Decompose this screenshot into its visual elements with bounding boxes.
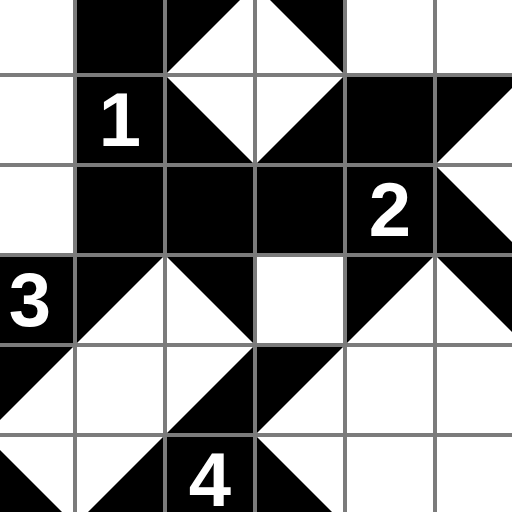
black-triangle-bl <box>0 435 75 512</box>
cell-r4c5[interactable] <box>435 345 512 435</box>
cell-r1c5[interactable] <box>435 75 512 165</box>
clue-number: 1 <box>75 75 165 165</box>
cell-r0c3[interactable] <box>255 0 345 75</box>
cell-r1c1: 1 <box>75 75 165 165</box>
cell-r5c2: 4 <box>165 435 255 512</box>
cell-r5c0[interactable] <box>0 435 75 512</box>
cell-r3c0: 3 <box>0 255 75 345</box>
cell-r4c3[interactable] <box>255 345 345 435</box>
black-triangle-tl <box>345 255 435 345</box>
cell-r3c5[interactable] <box>435 255 512 345</box>
cell-r2c4: 2 <box>345 165 435 255</box>
cell-r4c4[interactable] <box>345 345 435 435</box>
cell-r2c1 <box>75 165 165 255</box>
black-triangle-tr <box>255 0 345 75</box>
black-triangle-bl <box>165 75 255 165</box>
black-triangle-tr <box>165 255 255 345</box>
cell-r4c0[interactable] <box>0 345 75 435</box>
cell-r1c3[interactable] <box>255 75 345 165</box>
cell-r1c2[interactable] <box>165 75 255 165</box>
cell-r1c0[interactable] <box>0 75 75 165</box>
black-triangle-br <box>255 75 345 165</box>
cell-r1c4 <box>345 75 435 165</box>
black-triangle-tl <box>75 255 165 345</box>
black-triangle-tl <box>165 0 255 75</box>
cell-r3c3[interactable] <box>255 255 345 345</box>
cell-r2c5[interactable] <box>435 165 512 255</box>
clue-number: 4 <box>165 435 255 512</box>
cell-r4c2[interactable] <box>165 345 255 435</box>
cell-r0c0[interactable] <box>0 0 75 75</box>
cell-r0c2[interactable] <box>165 0 255 75</box>
cell-r2c2 <box>165 165 255 255</box>
black-triangle-bl <box>435 165 512 255</box>
black-triangle-br <box>75 435 165 512</box>
puzzle-viewport: 1234 <box>0 0 512 512</box>
cell-r3c1[interactable] <box>75 255 165 345</box>
cell-r5c1[interactable] <box>75 435 165 512</box>
clue-number: 2 <box>345 165 435 255</box>
cell-r5c3[interactable] <box>255 435 345 512</box>
cell-r0c4[interactable] <box>345 0 435 75</box>
black-triangle-tl <box>435 75 512 165</box>
cell-r2c3 <box>255 165 345 255</box>
cell-r3c4[interactable] <box>345 255 435 345</box>
black-triangle-tl <box>0 345 75 435</box>
cell-r2c0[interactable] <box>0 165 75 255</box>
black-triangle-tl <box>255 345 345 435</box>
clue-number: 3 <box>0 255 75 345</box>
cell-r5c4[interactable] <box>345 435 435 512</box>
cell-r4c1[interactable] <box>75 345 165 435</box>
cell-r3c2[interactable] <box>165 255 255 345</box>
cell-r0c5[interactable] <box>435 0 512 75</box>
black-triangle-tr <box>435 255 512 345</box>
black-triangle-bl <box>255 435 345 512</box>
cell-r5c5[interactable] <box>435 435 512 512</box>
shakashaka-board: 1234 <box>0 0 512 512</box>
cell-r0c1 <box>75 0 165 75</box>
black-triangle-br <box>165 345 255 435</box>
